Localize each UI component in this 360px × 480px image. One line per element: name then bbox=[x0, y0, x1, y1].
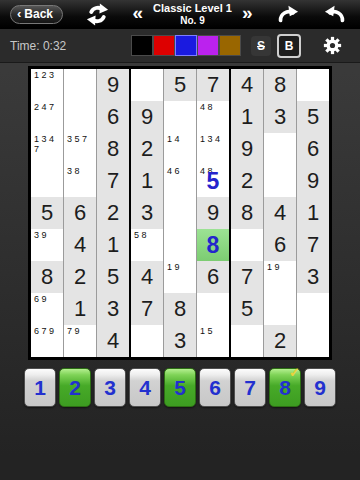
cell-r3c2[interactable]: 357 bbox=[64, 133, 97, 167]
given-digit: 7 bbox=[231, 261, 263, 293]
given-digit: 1 bbox=[97, 229, 129, 261]
given-digit: 3 bbox=[264, 101, 296, 133]
pencil-marks: 14 bbox=[167, 134, 194, 144]
pencil-marks: 15 bbox=[200, 326, 227, 336]
cell-r7c1[interactable]: 8 bbox=[31, 261, 64, 294]
board-row-1: 12395748 bbox=[31, 69, 329, 101]
cell-r6c5[interactable] bbox=[164, 229, 197, 263]
given-digit: 3 bbox=[131, 197, 163, 229]
cell-r6c3[interactable]: 1 bbox=[97, 229, 131, 263]
cell-r6c6[interactable]: 8 bbox=[197, 229, 231, 263]
pen-color-swatches bbox=[131, 35, 241, 56]
cell-r5c9[interactable]: 1 bbox=[297, 197, 329, 230]
given-digit: 5 bbox=[31, 197, 63, 229]
next-level-button[interactable]: » bbox=[242, 3, 253, 25]
gear-icon bbox=[321, 34, 344, 57]
cell-r2c3[interactable]: 6 bbox=[97, 101, 131, 134]
cell-r8c7[interactable]: 5 bbox=[231, 293, 264, 326]
cell-r9c2[interactable]: 79 bbox=[64, 325, 97, 357]
given-digit: 6 bbox=[297, 133, 329, 165]
cell-r1c8[interactable]: 8 bbox=[264, 69, 297, 102]
tool-bar: Time: 0:32 S B bbox=[0, 29, 360, 63]
given-digit: 5 bbox=[97, 261, 129, 293]
board-row-6: 394158867 bbox=[31, 229, 329, 261]
back-chevron-icon: ‹ bbox=[17, 7, 21, 20]
given-digit: 2 bbox=[264, 325, 296, 357]
strike-mode-button[interactable]: S bbox=[251, 36, 271, 56]
cell-r1c4[interactable] bbox=[131, 69, 164, 102]
user-digit: 8 bbox=[197, 229, 229, 261]
given-digit: 4 bbox=[264, 197, 296, 229]
cell-r6c1[interactable]: 39 bbox=[31, 229, 64, 263]
board-area: 1239574824769481351347357821413496387146… bbox=[0, 66, 360, 360]
cell-r9c7[interactable] bbox=[231, 325, 264, 357]
cell-r4c2[interactable]: 38 bbox=[64, 165, 97, 198]
timer-label: Time: 0:32 bbox=[10, 39, 66, 53]
back-button-label: Back bbox=[24, 8, 53, 20]
board-row-5: 56239841 bbox=[31, 197, 329, 229]
cell-r5c7[interactable]: 8 bbox=[231, 197, 264, 230]
given-digit: 4 bbox=[231, 69, 263, 101]
given-digit: 1 bbox=[297, 197, 329, 229]
cell-r8c4[interactable]: 7 bbox=[131, 293, 164, 326]
cell-r6c4[interactable]: 58 bbox=[131, 229, 164, 263]
pencil-marks: 134 bbox=[200, 134, 227, 144]
pencil-marks: 39 bbox=[34, 230, 61, 240]
cell-r3c3[interactable]: 8 bbox=[97, 133, 131, 167]
given-digit: 3 bbox=[97, 293, 129, 325]
cell-r9c3[interactable]: 4 bbox=[97, 325, 131, 357]
cell-r2c5[interactable] bbox=[164, 101, 197, 134]
given-digit: 4 bbox=[64, 229, 96, 261]
cell-r2c2[interactable] bbox=[64, 101, 97, 134]
given-digit: 1 bbox=[131, 165, 163, 197]
given-digit: 4 bbox=[97, 325, 129, 357]
cell-r4c1[interactable] bbox=[31, 165, 64, 198]
given-digit: 7 bbox=[131, 293, 163, 325]
given-digit: 2 bbox=[131, 133, 163, 165]
cell-r8c2[interactable]: 1 bbox=[64, 293, 97, 326]
cell-r4c7[interactable]: 2 bbox=[231, 165, 264, 198]
cell-r5c4[interactable]: 3 bbox=[131, 197, 164, 230]
cell-r8c3[interactable]: 3 bbox=[97, 293, 131, 326]
number-button-1[interactable]: 1 bbox=[24, 368, 56, 407]
cell-r8c9[interactable] bbox=[297, 293, 329, 326]
given-digit: 2 bbox=[231, 165, 263, 197]
user-digit: 5 bbox=[197, 165, 229, 197]
redo-button[interactable] bbox=[273, 1, 301, 27]
given-digit: 8 bbox=[31, 261, 63, 293]
settings-button[interactable] bbox=[321, 34, 344, 57]
given-digit: 6 bbox=[64, 197, 96, 229]
cell-r6c2[interactable]: 4 bbox=[64, 229, 97, 263]
pencil-marks: 38 bbox=[67, 166, 94, 176]
board-row-3: 1347357821413496 bbox=[31, 133, 329, 165]
given-digit: 6 bbox=[97, 101, 129, 133]
cell-r9c8[interactable]: 2 bbox=[264, 325, 297, 357]
cell-r2c9[interactable]: 5 bbox=[297, 101, 329, 134]
given-digit: 7 bbox=[297, 229, 329, 261]
cell-r3c9[interactable]: 6 bbox=[297, 133, 329, 167]
cell-r3c8[interactable] bbox=[264, 133, 297, 167]
cell-r1c5[interactable]: 5 bbox=[164, 69, 197, 102]
cell-r4c5[interactable]: 46 bbox=[164, 165, 197, 198]
color-swatch-4[interactable] bbox=[219, 35, 241, 56]
given-digit: 5 bbox=[231, 293, 263, 325]
color-swatch-2[interactable] bbox=[175, 35, 197, 56]
cell-r3c6[interactable]: 134 bbox=[197, 133, 231, 167]
number-button-5[interactable]: 5 bbox=[164, 368, 196, 407]
pencil-marks: 679 bbox=[34, 326, 61, 336]
cell-r2c4[interactable]: 9 bbox=[131, 101, 164, 134]
cell-r9c4[interactable] bbox=[131, 325, 164, 357]
given-digit: 8 bbox=[97, 133, 129, 165]
cell-r2c7[interactable]: 1 bbox=[231, 101, 264, 134]
given-digit: 9 bbox=[231, 133, 263, 165]
given-digit: 9 bbox=[197, 197, 229, 229]
cell-r8c5[interactable]: 8 bbox=[164, 293, 197, 326]
cell-r4c9[interactable]: 9 bbox=[297, 165, 329, 198]
sudoku-board: 1239574824769481351347357821413496387146… bbox=[28, 66, 332, 360]
cell-r2c8[interactable]: 3 bbox=[264, 101, 297, 134]
cell-r1c1[interactable]: 123 bbox=[31, 69, 64, 102]
given-digit: 9 bbox=[97, 69, 129, 101]
selected-number-checkmark-icon: ✓ bbox=[289, 366, 300, 379]
cell-r6c8[interactable]: 6 bbox=[264, 229, 297, 263]
given-digit: 9 bbox=[131, 101, 163, 133]
board-row-8: 6913785 bbox=[31, 293, 329, 325]
number-button-7[interactable]: 7 bbox=[234, 368, 266, 407]
given-digit: 1 bbox=[64, 293, 96, 325]
given-digit: 4 bbox=[131, 261, 163, 293]
pencil-marks: 58 bbox=[134, 230, 161, 240]
cell-r8c1[interactable]: 69 bbox=[31, 293, 64, 326]
board-row-7: 82541967193 bbox=[31, 261, 329, 293]
redo-icon bbox=[275, 2, 299, 26]
number-button-8[interactable]: 8✓ bbox=[269, 368, 301, 407]
cell-r1c2[interactable] bbox=[64, 69, 97, 102]
color-swatch-1[interactable] bbox=[153, 35, 175, 56]
cell-r2c1[interactable]: 247 bbox=[31, 101, 64, 134]
given-digit: 7 bbox=[97, 165, 129, 197]
given-digit: 2 bbox=[97, 197, 129, 229]
cell-r5c2[interactable]: 6 bbox=[64, 197, 97, 230]
given-digit: 6 bbox=[264, 229, 296, 261]
given-digit: 2 bbox=[64, 261, 96, 293]
cell-r4c4[interactable]: 1 bbox=[131, 165, 164, 198]
cell-r8c6[interactable] bbox=[197, 293, 231, 326]
level-navigator: « Classic Level 1 No. 9 » bbox=[132, 2, 252, 25]
cell-r1c6[interactable]: 7 bbox=[197, 69, 231, 102]
given-digit: 3 bbox=[297, 261, 329, 293]
color-swatch-3[interactable] bbox=[197, 35, 219, 56]
nav-bar: ‹ Back « Classic Level 1 No. 9 » bbox=[0, 0, 360, 29]
number-button-4[interactable]: 4 bbox=[129, 368, 161, 407]
number-button-2[interactable]: 2 bbox=[59, 368, 91, 407]
number-button-9[interactable]: 9 bbox=[304, 368, 336, 407]
cell-r5c1[interactable]: 5 bbox=[31, 197, 64, 230]
cell-r3c1[interactable]: 1347 bbox=[31, 133, 64, 167]
cell-r3c4[interactable]: 2 bbox=[131, 133, 164, 167]
cell-r9c6[interactable]: 15 bbox=[197, 325, 231, 357]
level-title-line1: Classic Level 1 bbox=[153, 2, 232, 14]
cell-r8c8[interactable] bbox=[264, 293, 297, 326]
given-digit: 8 bbox=[164, 293, 196, 325]
number-input-bar: 12345678✓9 bbox=[0, 368, 360, 407]
cell-r7c6[interactable]: 6 bbox=[197, 261, 231, 294]
given-digit: 7 bbox=[197, 69, 229, 101]
cell-r5c6[interactable]: 9 bbox=[197, 197, 231, 230]
color-swatch-0[interactable] bbox=[131, 35, 153, 56]
cell-r7c7[interactable]: 7 bbox=[231, 261, 264, 294]
given-digit: 5 bbox=[297, 101, 329, 133]
cell-r5c3[interactable]: 2 bbox=[97, 197, 131, 230]
cell-r1c3[interactable]: 9 bbox=[97, 69, 131, 102]
pencil-marks: 48 bbox=[200, 102, 227, 112]
pencil-marks: 19 bbox=[167, 262, 194, 272]
cell-r9c1[interactable]: 679 bbox=[31, 325, 64, 357]
cell-r7c2[interactable]: 2 bbox=[64, 261, 97, 294]
cell-r7c8[interactable]: 19 bbox=[264, 261, 297, 294]
cell-r5c8[interactable]: 4 bbox=[264, 197, 297, 230]
cell-r2c6[interactable]: 48 bbox=[197, 101, 231, 134]
cell-r5c5[interactable] bbox=[164, 197, 197, 230]
pencil-marks: 79 bbox=[67, 326, 94, 336]
cell-r7c3[interactable]: 5 bbox=[97, 261, 131, 294]
given-digit: 8 bbox=[231, 197, 263, 229]
back-button[interactable]: ‹ Back bbox=[10, 5, 63, 24]
pencil-marks: 46 bbox=[167, 166, 194, 176]
cell-r6c9[interactable]: 7 bbox=[297, 229, 329, 263]
given-digit: 3 bbox=[164, 325, 196, 357]
bold-mode-button[interactable]: B bbox=[277, 34, 301, 58]
pencil-marks: 1347 bbox=[34, 134, 61, 154]
pencil-marks: 247 bbox=[34, 102, 61, 112]
pencil-marks: 19 bbox=[267, 262, 294, 272]
undo-button[interactable] bbox=[322, 1, 350, 27]
cell-r3c5[interactable]: 14 bbox=[164, 133, 197, 167]
cell-r3c7[interactable]: 9 bbox=[231, 133, 264, 167]
restart-icon bbox=[85, 2, 110, 27]
prev-level-button[interactable]: « bbox=[132, 3, 143, 25]
cell-r1c7[interactable]: 4 bbox=[231, 69, 264, 102]
cell-r9c9[interactable] bbox=[297, 325, 329, 357]
given-digit: 8 bbox=[264, 69, 296, 101]
number-button-6[interactable]: 6 bbox=[199, 368, 231, 407]
given-digit: 6 bbox=[197, 261, 229, 293]
cell-r6c7[interactable] bbox=[231, 229, 264, 263]
board-row-2: 2476948135 bbox=[31, 101, 329, 133]
cell-r7c5[interactable]: 19 bbox=[164, 261, 197, 294]
board-row-9: 6797943152 bbox=[31, 325, 329, 357]
cell-r4c3[interactable]: 7 bbox=[97, 165, 131, 198]
pencil-marks: 123 bbox=[34, 70, 61, 80]
given-digit: 1 bbox=[231, 101, 263, 133]
cell-r1c9[interactable] bbox=[297, 69, 329, 102]
given-digit: 9 bbox=[297, 165, 329, 197]
cell-r9c5[interactable]: 3 bbox=[164, 325, 197, 357]
cell-r4c6[interactable]: 485 bbox=[197, 165, 231, 198]
undo-icon bbox=[324, 2, 348, 26]
level-title-line2: No. 9 bbox=[153, 15, 232, 26]
restart-button[interactable] bbox=[84, 1, 112, 27]
given-digit: 5 bbox=[164, 69, 196, 101]
cell-r7c9[interactable]: 3 bbox=[297, 261, 329, 294]
level-title: Classic Level 1 No. 9 bbox=[153, 2, 232, 25]
number-button-3[interactable]: 3 bbox=[94, 368, 126, 407]
cell-r4c8[interactable] bbox=[264, 165, 297, 198]
cell-r7c4[interactable]: 4 bbox=[131, 261, 164, 294]
board-row-4: 38714648529 bbox=[31, 165, 329, 197]
pencil-marks: 69 bbox=[34, 294, 61, 304]
pencil-marks: 357 bbox=[67, 134, 94, 144]
